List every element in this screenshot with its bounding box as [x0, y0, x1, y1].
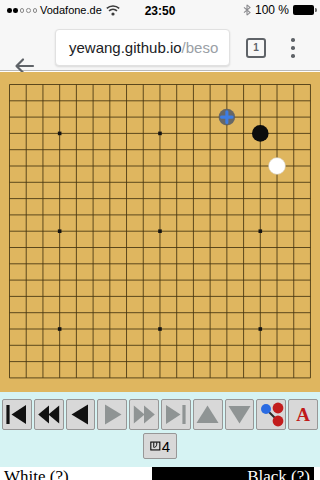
status-bar: Vodafone.de 23:50 100 % — [0, 0, 320, 20]
url-text: yewang.github.io/beso — [56, 30, 229, 65]
battery-percent-label: 100 % — [255, 3, 289, 17]
step-back-button[interactable] — [66, 399, 96, 430]
coordinate-style-digit: 4 — [162, 438, 170, 455]
browser-toolbar: yewang.github.io/beso 1 — [0, 20, 320, 71]
step-forward-button[interactable] — [97, 399, 127, 430]
label-tool-button[interactable]: A — [288, 399, 318, 430]
jump-to-end-button[interactable] — [161, 399, 191, 430]
bluetooth-icon — [243, 4, 251, 16]
navigation-buttons: A — [2, 399, 318, 430]
players-bar: White (?) Black (?) — [0, 467, 320, 480]
browser-chrome: Vodafone.de 23:50 100 % yewang.github.io… — [0, 0, 320, 71]
fast-rewind-button[interactable] — [34, 399, 64, 430]
fast-forward-button[interactable] — [129, 399, 159, 430]
url-bar[interactable]: yewang.github.io/beso — [55, 29, 230, 66]
status-right-group: 100 % — [243, 3, 314, 17]
go-board[interactable] — [0, 72, 320, 392]
up-branch-button[interactable] — [193, 399, 223, 430]
battery-icon — [293, 5, 314, 15]
phone-screen: Vodafone.de 23:50 100 % yewang.github.io… — [0, 0, 320, 480]
coordinate-style-button[interactable]: 4 — [143, 433, 177, 459]
game-tree-button[interactable] — [256, 399, 286, 430]
down-branch-button[interactable] — [225, 399, 255, 430]
go-board-svg — [0, 72, 320, 392]
kanji-four-icon — [150, 439, 161, 453]
black-player-label: Black (?) — [152, 467, 314, 480]
url-host: yewang.github.io — [69, 39, 182, 56]
label-tool-letter: A — [296, 405, 310, 424]
tab-switcher-button[interactable]: 1 — [246, 38, 266, 58]
white-player-label: White (?) — [0, 467, 152, 480]
browser-menu-button[interactable] — [287, 37, 299, 59]
url-path: /beso — [182, 39, 219, 56]
jump-to-start-button[interactable] — [2, 399, 32, 430]
